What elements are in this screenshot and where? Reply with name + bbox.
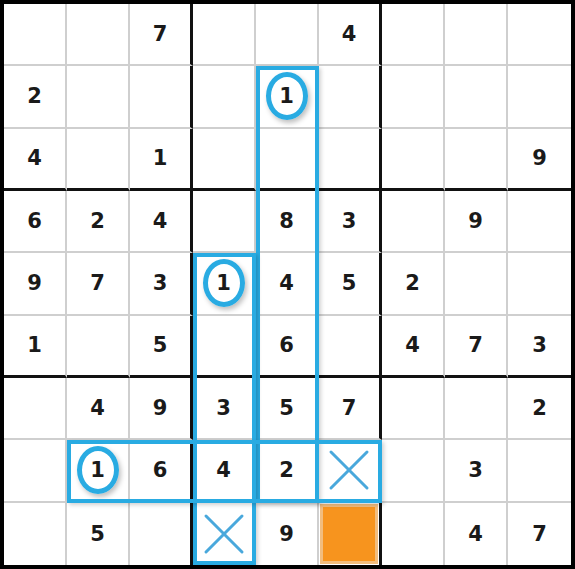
cell-r8c9[interactable] bbox=[508, 440, 571, 502]
cell-r3c4[interactable] bbox=[193, 129, 256, 191]
cell-r2c9[interactable] bbox=[508, 66, 571, 128]
cell-r5c7[interactable]: 2 bbox=[382, 253, 445, 315]
digit: 2 bbox=[405, 271, 420, 295]
cell-r9c7[interactable] bbox=[382, 503, 445, 565]
cell-r3c2[interactable] bbox=[67, 129, 130, 191]
cell-r4c9[interactable] bbox=[508, 191, 571, 253]
digit: 4 bbox=[216, 458, 231, 482]
cell-r8c3[interactable]: 6 bbox=[130, 440, 193, 502]
digit: 2 bbox=[27, 84, 42, 108]
cell-r5c9[interactable] bbox=[508, 253, 571, 315]
cell-r3c6[interactable] bbox=[319, 129, 382, 191]
cell-r6c8[interactable]: 7 bbox=[445, 316, 508, 378]
cell-r1c6[interactable]: 4 bbox=[319, 4, 382, 66]
digit: 4 bbox=[342, 22, 357, 46]
cell-r4c7[interactable] bbox=[382, 191, 445, 253]
cell-r9c3[interactable] bbox=[130, 503, 193, 565]
cell-r4c1[interactable]: 6 bbox=[4, 191, 67, 253]
cell-r1c5[interactable] bbox=[256, 4, 319, 66]
cell-r7c3[interactable]: 9 bbox=[130, 378, 193, 440]
cell-r4c2[interactable]: 2 bbox=[67, 191, 130, 253]
cell-r2c8[interactable] bbox=[445, 66, 508, 128]
digit: 2 bbox=[90, 209, 105, 233]
digit: 4 bbox=[90, 396, 105, 420]
sudoku-grid: 7421419624839973145215647349357216423594… bbox=[0, 0, 575, 569]
cell-r2c7[interactable] bbox=[382, 66, 445, 128]
cell-r6c5[interactable]: 6 bbox=[256, 316, 319, 378]
digit: 6 bbox=[27, 209, 42, 233]
cell-r8c2[interactable]: 1 bbox=[67, 440, 130, 502]
orange-marked-cell bbox=[320, 504, 378, 564]
cell-r8c1[interactable] bbox=[4, 440, 67, 502]
cell-r7c4[interactable]: 3 bbox=[193, 378, 256, 440]
digit: 3 bbox=[153, 271, 168, 295]
cell-r6c7[interactable]: 4 bbox=[382, 316, 445, 378]
cell-r2c5[interactable]: 1 bbox=[256, 66, 319, 128]
digit: 7 bbox=[342, 396, 357, 420]
cell-r3c3[interactable]: 1 bbox=[130, 129, 193, 191]
digit: 4 bbox=[27, 146, 42, 170]
cell-r4c8[interactable]: 9 bbox=[445, 191, 508, 253]
cell-r7c8[interactable] bbox=[445, 378, 508, 440]
cell-r1c2[interactable] bbox=[67, 4, 130, 66]
digit: 5 bbox=[153, 333, 168, 357]
digit: 5 bbox=[279, 396, 294, 420]
digit: 1 bbox=[153, 146, 168, 170]
digit: 1 bbox=[27, 333, 42, 357]
digit: 1 bbox=[90, 458, 105, 482]
digit: 9 bbox=[279, 522, 294, 546]
cell-r7c1[interactable] bbox=[4, 378, 67, 440]
sudoku-board: 7421419624839973145215647349357216423594… bbox=[0, 0, 575, 569]
digit: 4 bbox=[279, 271, 294, 295]
cell-r5c4[interactable]: 1 bbox=[193, 253, 256, 315]
cell-r3c1[interactable]: 4 bbox=[4, 129, 67, 191]
cell-r5c1[interactable]: 9 bbox=[4, 253, 67, 315]
digit: 6 bbox=[279, 333, 294, 357]
cell-r4c5[interactable]: 8 bbox=[256, 191, 319, 253]
cell-r5c6[interactable]: 5 bbox=[319, 253, 382, 315]
digit: 4 bbox=[153, 209, 168, 233]
cell-r9c2[interactable]: 5 bbox=[67, 503, 130, 565]
cell-r4c4[interactable] bbox=[193, 191, 256, 253]
cell-r8c6[interactable] bbox=[319, 440, 382, 502]
digit: 3 bbox=[468, 458, 483, 482]
digit: 9 bbox=[153, 396, 168, 420]
digit: 5 bbox=[342, 271, 357, 295]
cell-r2c6[interactable] bbox=[319, 66, 382, 128]
cell-r6c9[interactable]: 3 bbox=[508, 316, 571, 378]
cell-r2c4[interactable] bbox=[193, 66, 256, 128]
cell-r2c3[interactable] bbox=[130, 66, 193, 128]
cell-r9c8[interactable]: 4 bbox=[445, 503, 508, 565]
digit: 1 bbox=[216, 271, 231, 295]
digit: 9 bbox=[532, 146, 547, 170]
cell-r1c8[interactable] bbox=[445, 4, 508, 66]
x-mark-icon bbox=[201, 511, 247, 557]
cell-r7c2[interactable]: 4 bbox=[67, 378, 130, 440]
cell-r6c3[interactable]: 5 bbox=[130, 316, 193, 378]
cell-r7c9[interactable]: 2 bbox=[508, 378, 571, 440]
cell-r5c8[interactable] bbox=[445, 253, 508, 315]
cell-r5c3[interactable]: 3 bbox=[130, 253, 193, 315]
cell-r7c5[interactable]: 5 bbox=[256, 378, 319, 440]
cell-r6c1[interactable]: 1 bbox=[4, 316, 67, 378]
cell-r9c9[interactable]: 7 bbox=[508, 503, 571, 565]
digit: 8 bbox=[279, 209, 294, 233]
digit: 4 bbox=[405, 333, 420, 357]
digit: 9 bbox=[468, 209, 483, 233]
digit: 3 bbox=[342, 209, 357, 233]
cell-r5c2[interactable]: 7 bbox=[67, 253, 130, 315]
cell-r6c6[interactable] bbox=[319, 316, 382, 378]
digit: 2 bbox=[532, 396, 547, 420]
digit: 7 bbox=[532, 522, 547, 546]
digit: 7 bbox=[90, 271, 105, 295]
digit: 5 bbox=[90, 522, 105, 546]
cell-r8c8[interactable]: 3 bbox=[445, 440, 508, 502]
cell-r4c3[interactable]: 4 bbox=[130, 191, 193, 253]
cell-r7c7[interactable] bbox=[382, 378, 445, 440]
digit: 3 bbox=[216, 396, 231, 420]
cell-r2c2[interactable] bbox=[67, 66, 130, 128]
cell-r9c6[interactable] bbox=[319, 503, 382, 565]
circled-digit: 1 bbox=[203, 259, 245, 307]
cell-r4c6[interactable]: 3 bbox=[319, 191, 382, 253]
cell-r8c4[interactable]: 4 bbox=[193, 440, 256, 502]
cell-r2c1[interactable]: 2 bbox=[4, 66, 67, 128]
cell-r9c1[interactable] bbox=[4, 503, 67, 565]
cell-r1c9[interactable] bbox=[508, 4, 571, 66]
cell-r9c4[interactable] bbox=[193, 503, 256, 565]
digit: 6 bbox=[153, 458, 168, 482]
cell-r8c5[interactable]: 2 bbox=[256, 440, 319, 502]
cell-r8c7[interactable] bbox=[382, 440, 445, 502]
circled-digit: 1 bbox=[77, 446, 119, 494]
cell-r3c5[interactable] bbox=[256, 129, 319, 191]
cell-r3c9[interactable]: 9 bbox=[508, 129, 571, 191]
digit: 3 bbox=[532, 333, 547, 357]
x-mark-icon bbox=[326, 447, 372, 493]
cell-r1c1[interactable] bbox=[4, 4, 67, 66]
digit: 9 bbox=[27, 271, 42, 295]
cell-r5c5[interactable]: 4 bbox=[256, 253, 319, 315]
cell-r7c6[interactable]: 7 bbox=[319, 378, 382, 440]
digit: 1 bbox=[279, 84, 294, 108]
digit: 4 bbox=[468, 522, 483, 546]
circled-digit: 1 bbox=[266, 72, 308, 120]
cell-r3c8[interactable] bbox=[445, 129, 508, 191]
digit: 2 bbox=[279, 458, 294, 482]
cell-r3c7[interactable] bbox=[382, 129, 445, 191]
digit: 7 bbox=[468, 333, 483, 357]
cell-r1c4[interactable] bbox=[193, 4, 256, 66]
cell-r1c7[interactable] bbox=[382, 4, 445, 66]
cell-r9c5[interactable]: 9 bbox=[256, 503, 319, 565]
cell-r1c3[interactable]: 7 bbox=[130, 4, 193, 66]
digit: 7 bbox=[153, 22, 168, 46]
cell-r6c2[interactable] bbox=[67, 316, 130, 378]
cell-r6c4[interactable] bbox=[193, 316, 256, 378]
